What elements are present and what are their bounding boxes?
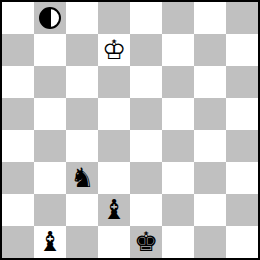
square-b1[interactable]: ♝ <box>34 226 66 258</box>
square-b8[interactable] <box>34 2 66 34</box>
square-f8[interactable] <box>162 2 194 34</box>
square-a3[interactable] <box>2 162 34 194</box>
square-e6[interactable] <box>130 66 162 98</box>
square-h6[interactable] <box>226 66 258 98</box>
square-b7[interactable] <box>34 34 66 66</box>
square-g1[interactable] <box>194 226 226 258</box>
square-a5[interactable] <box>2 98 34 130</box>
square-f2[interactable] <box>162 194 194 226</box>
square-c8[interactable] <box>66 2 98 34</box>
square-g3[interactable] <box>194 162 226 194</box>
square-d3[interactable] <box>98 162 130 194</box>
square-f3[interactable] <box>162 162 194 194</box>
square-f1[interactable] <box>162 226 194 258</box>
square-a8[interactable] <box>2 2 34 34</box>
square-b6[interactable] <box>34 66 66 98</box>
neutral-disc-piece <box>39 7 61 29</box>
square-f5[interactable] <box>162 98 194 130</box>
square-b4[interactable] <box>34 130 66 162</box>
square-d8[interactable] <box>98 2 130 34</box>
square-e7[interactable] <box>130 34 162 66</box>
square-f6[interactable] <box>162 66 194 98</box>
black-bishop: ♝ <box>38 226 62 258</box>
square-b2[interactable] <box>34 194 66 226</box>
square-e2[interactable] <box>130 194 162 226</box>
square-a2[interactable] <box>2 194 34 226</box>
black-bishop: ♝ <box>102 194 126 226</box>
square-d5[interactable] <box>98 98 130 130</box>
square-a1[interactable] <box>2 226 34 258</box>
square-e1[interactable]: ♚ <box>130 226 162 258</box>
square-d2[interactable]: ♝ <box>98 194 130 226</box>
square-c5[interactable] <box>66 98 98 130</box>
square-a6[interactable] <box>2 66 34 98</box>
square-g5[interactable] <box>194 98 226 130</box>
square-e8[interactable] <box>130 2 162 34</box>
square-d1[interactable] <box>98 226 130 258</box>
square-h4[interactable] <box>226 130 258 162</box>
square-b5[interactable] <box>34 98 66 130</box>
square-c4[interactable] <box>66 130 98 162</box>
black-king: ♚ <box>134 226 158 258</box>
square-c3[interactable]: ♞ <box>66 162 98 194</box>
square-h2[interactable] <box>226 194 258 226</box>
square-a7[interactable] <box>2 34 34 66</box>
square-e5[interactable] <box>130 98 162 130</box>
chessboard: ♔♞♝♝♚ <box>0 0 260 260</box>
square-c2[interactable] <box>66 194 98 226</box>
square-d4[interactable] <box>98 130 130 162</box>
square-e4[interactable] <box>130 130 162 162</box>
black-knight: ♞ <box>70 162 94 194</box>
square-g6[interactable] <box>194 66 226 98</box>
square-e3[interactable] <box>130 162 162 194</box>
square-h1[interactable] <box>226 226 258 258</box>
square-d6[interactable] <box>98 66 130 98</box>
square-h7[interactable] <box>226 34 258 66</box>
white-king: ♔ <box>102 34 126 66</box>
square-g4[interactable] <box>194 130 226 162</box>
square-f7[interactable] <box>162 34 194 66</box>
square-c1[interactable] <box>66 226 98 258</box>
square-b3[interactable] <box>34 162 66 194</box>
square-a4[interactable] <box>2 130 34 162</box>
square-g7[interactable] <box>194 34 226 66</box>
square-f4[interactable] <box>162 130 194 162</box>
square-g2[interactable] <box>194 194 226 226</box>
square-d7[interactable]: ♔ <box>98 34 130 66</box>
square-h3[interactable] <box>226 162 258 194</box>
square-g8[interactable] <box>194 2 226 34</box>
square-c7[interactable] <box>66 34 98 66</box>
square-c6[interactable] <box>66 66 98 98</box>
square-h5[interactable] <box>226 98 258 130</box>
square-h8[interactable] <box>226 2 258 34</box>
